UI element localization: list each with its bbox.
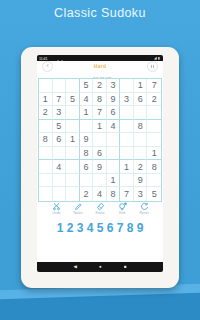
tablet-device-frame: 11:41 ▪▪ ◢▮ ‹ Hard <box>21 47 179 288</box>
page-title: Classic Sudoku <box>0 6 200 20</box>
cell-r2c5[interactable]: 8 <box>93 93 107 107</box>
cell-r3c7[interactable] <box>120 106 134 120</box>
lightbulb-icon <box>118 202 127 211</box>
difficulty-label: Hard <box>94 64 106 69</box>
cell-r6c5[interactable]: 6 <box>93 147 107 161</box>
android-nav-bar: ◀●■ <box>37 262 163 272</box>
cell-r7c1[interactable] <box>39 160 53 174</box>
cell-r4c5[interactable]: 1 <box>93 120 107 134</box>
cell-r9c6[interactable]: 8 <box>107 187 121 201</box>
cell-r6c2[interactable] <box>53 147 67 161</box>
cell-r7c7[interactable]: 1 <box>120 160 134 174</box>
cell-r6c6[interactable] <box>107 147 121 161</box>
hint-badge <box>124 202 127 205</box>
cell-r5c4[interactable]: 9 <box>80 133 94 147</box>
reset-icon <box>140 202 149 211</box>
cell-r3c4[interactable]: 1 <box>80 106 94 120</box>
cell-r3c9[interactable] <box>147 106 161 120</box>
numpad-3[interactable]: 3 <box>77 221 84 235</box>
numpad-8[interactable]: 8 <box>127 221 134 235</box>
cell-r8c3[interactable] <box>66 174 80 188</box>
undo-icon <box>52 202 61 211</box>
nav-recents-icon[interactable]: ■ <box>124 265 127 269</box>
cell-r6c7[interactable] <box>120 147 134 161</box>
cell-r5c1[interactable]: 8 <box>39 133 53 147</box>
cell-r8c4[interactable] <box>80 174 94 188</box>
cell-r5c3[interactable]: 1 <box>66 133 80 147</box>
cell-r9c5[interactable]: 4 <box>93 187 107 201</box>
cell-r8c8[interactable]: 9 <box>134 174 148 188</box>
numpad-4[interactable]: 4 <box>87 221 94 235</box>
notes-label: Notes <box>73 211 82 215</box>
cell-r4c6[interactable]: 4 <box>107 120 121 134</box>
cell-r5c5[interactable] <box>93 133 107 147</box>
cell-r8c9[interactable] <box>147 174 161 188</box>
cell-r5c2[interactable]: 6 <box>53 133 67 147</box>
cell-r1c5[interactable]: 2 <box>93 79 107 93</box>
numpad-1[interactable]: 1 <box>57 221 64 235</box>
cell-r4c1[interactable] <box>39 120 53 134</box>
cell-r7c3[interactable] <box>66 160 80 174</box>
cell-r1c8[interactable]: 1 <box>134 79 148 93</box>
cell-r3c8[interactable] <box>134 106 148 120</box>
hint-button[interactable]: Hint <box>114 202 131 218</box>
pencil-icon <box>74 202 83 211</box>
numpad-5[interactable]: 5 <box>97 221 104 235</box>
cell-r2c3[interactable]: 5 <box>66 93 80 107</box>
cell-r8c2[interactable] <box>53 174 67 188</box>
cell-r8c5[interactable] <box>93 174 107 188</box>
erase-label: Erase <box>95 211 104 215</box>
cell-r1c2[interactable] <box>53 79 67 93</box>
numpad-2[interactable]: 2 <box>67 221 74 235</box>
cell-r4c3[interactable] <box>66 120 80 134</box>
cell-r1c1[interactable] <box>39 79 53 93</box>
cell-r9c8[interactable]: 3 <box>134 187 148 201</box>
cell-r2c6[interactable]: 9 <box>107 93 121 107</box>
numpad-7[interactable]: 7 <box>117 221 124 235</box>
cell-r7c4[interactable]: 6 <box>80 160 94 174</box>
cell-r2c8[interactable]: 6 <box>134 93 148 107</box>
cell-r2c9[interactable]: 2 <box>147 93 161 107</box>
cell-r5c7[interactable] <box>120 133 134 147</box>
numpad-6[interactable]: 6 <box>107 221 114 235</box>
cell-r6c8[interactable] <box>134 147 148 161</box>
sudoku-board: 5231717548936223176514886198614691281924… <box>38 78 162 202</box>
cell-r7c2[interactable]: 4 <box>53 160 67 174</box>
cell-r2c1[interactable]: 1 <box>39 93 53 107</box>
cell-r4c2[interactable]: 5 <box>53 120 67 134</box>
erase-button[interactable]: Erase <box>92 202 109 218</box>
nav-home-icon[interactable]: ● <box>99 265 102 269</box>
reset-button[interactable]: Reset <box>136 202 153 218</box>
cell-r1c9[interactable]: 7 <box>147 79 161 93</box>
cell-r3c6[interactable]: 6 <box>107 106 121 120</box>
reset-label: Reset <box>139 211 148 215</box>
cell-r8c7[interactable] <box>120 174 134 188</box>
eraser-icon <box>96 202 105 211</box>
cell-r9c9[interactable]: 5 <box>147 187 161 201</box>
cell-r3c1[interactable]: 2 <box>39 106 53 120</box>
cell-r6c9[interactable]: 1 <box>147 147 161 161</box>
cell-r1c4[interactable]: 5 <box>80 79 94 93</box>
notes-button[interactable]: Notes <box>70 202 87 218</box>
cell-r2c4[interactable]: 4 <box>80 93 94 107</box>
tablet-screen: 11:41 ▪▪ ◢▮ ‹ Hard <box>37 55 163 272</box>
cell-r8c6[interactable]: 1 <box>107 174 121 188</box>
cell-r4c8[interactable]: 8 <box>134 120 148 134</box>
numpad-9[interactable]: 9 <box>137 221 144 235</box>
cell-r9c1[interactable] <box>39 187 53 201</box>
nav-back-icon[interactable]: ◀ <box>73 265 76 269</box>
cell-r4c4[interactable] <box>80 120 94 134</box>
cell-r9c7[interactable]: 7 <box>120 187 134 201</box>
cell-r3c5[interactable]: 7 <box>93 106 107 120</box>
cell-r6c1[interactable] <box>39 147 53 161</box>
cell-r7c8[interactable]: 2 <box>134 160 148 174</box>
hint-label: Hint <box>119 211 125 215</box>
cell-r1c6[interactable]: 3 <box>107 79 121 93</box>
cell-r5c9[interactable] <box>147 133 161 147</box>
undo-button[interactable]: Undo <box>48 202 65 218</box>
cell-r2c2[interactable]: 7 <box>53 93 67 107</box>
number-pad: 123456789 <box>37 221 163 235</box>
cell-r4c7[interactable] <box>120 120 134 134</box>
cell-r9c2[interactable] <box>53 187 67 201</box>
cell-r7c6[interactable] <box>107 160 121 174</box>
cell-r6c3[interactable] <box>66 147 80 161</box>
cell-r5c8[interactable] <box>134 133 148 147</box>
cell-r8c1[interactable] <box>39 174 53 188</box>
cell-r5c6[interactable] <box>107 133 121 147</box>
cell-r7c9[interactable]: 8 <box>147 160 161 174</box>
cell-r6c4[interactable]: 8 <box>80 147 94 161</box>
cell-r1c3[interactable] <box>66 79 80 93</box>
cell-r9c4[interactable]: 2 <box>80 187 94 201</box>
undo-label: Undo <box>52 211 60 215</box>
toolbar: Undo Notes Erase <box>37 202 163 218</box>
cell-r1c7[interactable] <box>120 79 134 93</box>
cell-r2c7[interactable]: 3 <box>120 93 134 107</box>
cell-r3c2[interactable]: 3 <box>53 106 67 120</box>
cell-r4c9[interactable] <box>147 120 161 134</box>
cell-r7c5[interactable]: 9 <box>93 160 107 174</box>
cell-r9c3[interactable] <box>66 187 80 201</box>
cell-r3c3[interactable] <box>66 106 80 120</box>
page-background: Classic Sudoku 11:41 ▪▪ ◢▮ ‹ Hard <box>0 0 200 320</box>
